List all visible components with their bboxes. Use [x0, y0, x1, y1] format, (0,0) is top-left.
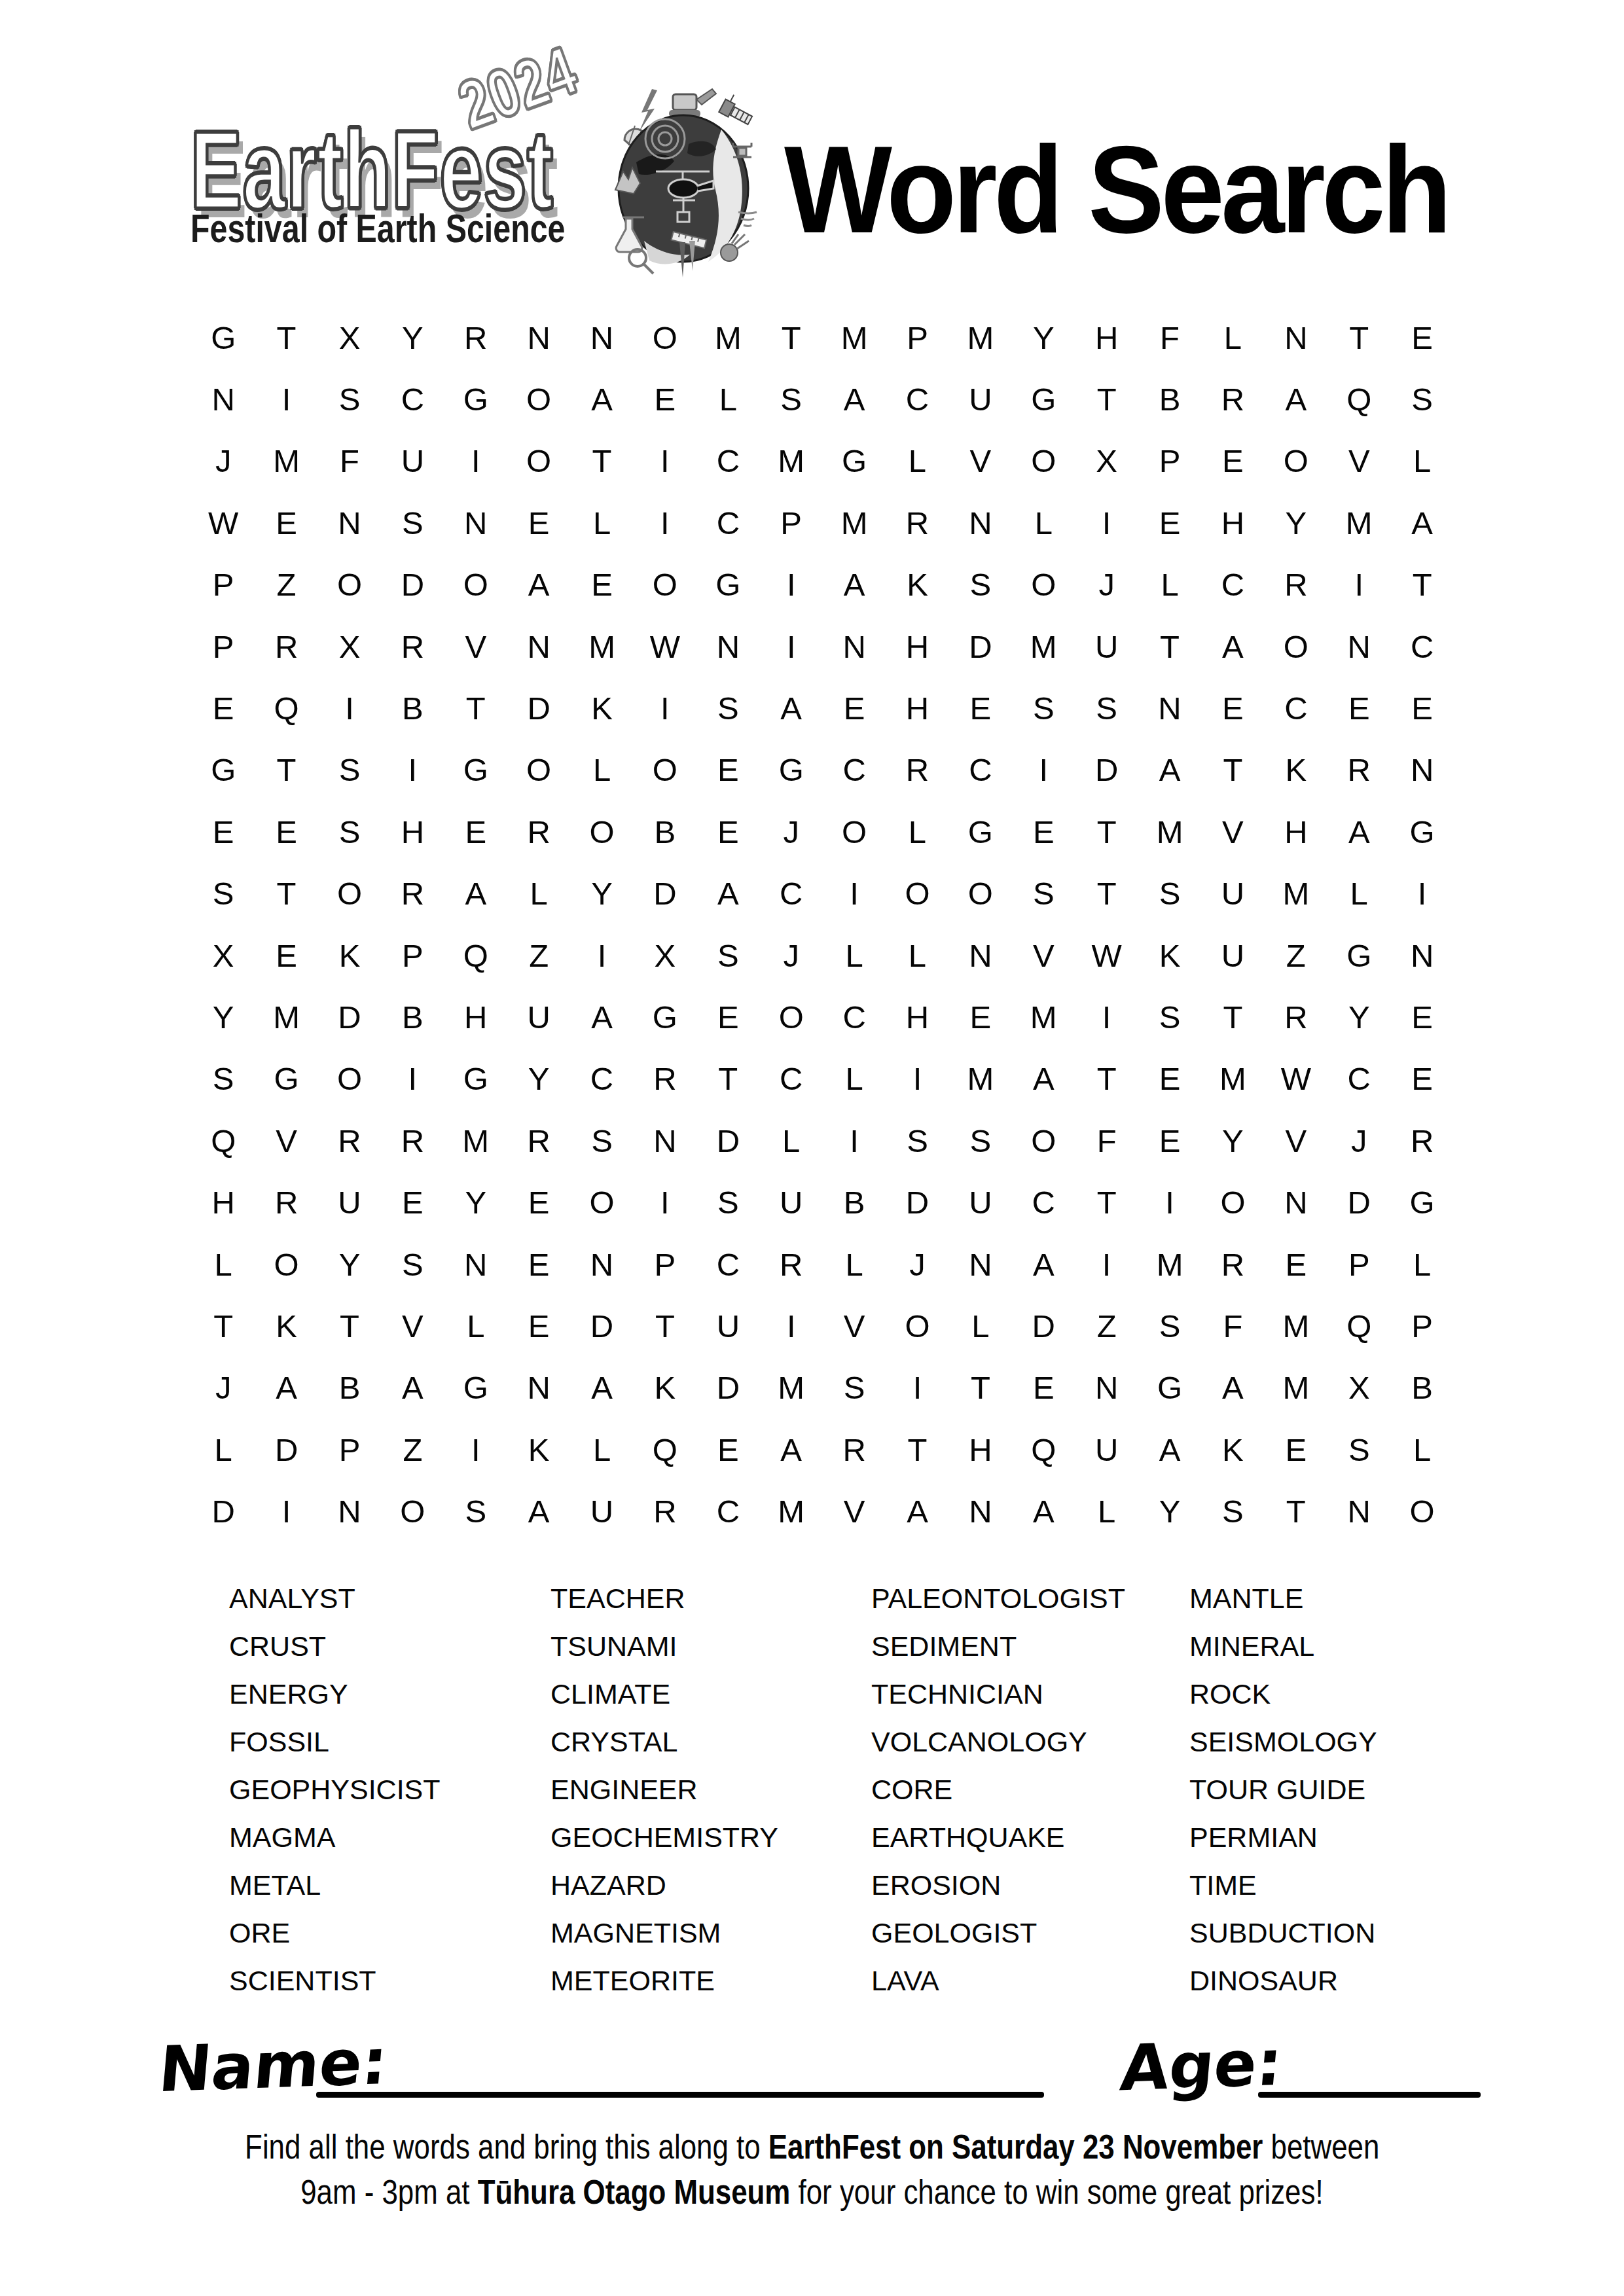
- age-input-line[interactable]: [1258, 2092, 1481, 2098]
- grid-cell-r8c6: O: [507, 740, 570, 801]
- grid-cell-r12c10: O: [760, 986, 823, 1048]
- word-list-item: METEORITE: [550, 1957, 778, 2005]
- grid-cell-r3c3: F: [318, 431, 381, 492]
- grid-cell-r5c18: R: [1265, 554, 1327, 616]
- grid-cell-r7c11: E: [823, 677, 886, 739]
- grid-cell-r20c10: M: [760, 1480, 823, 1542]
- grid-cell-r16c11: L: [823, 1234, 886, 1295]
- grid-cell-r1c18: N: [1265, 307, 1327, 368]
- grid-cell-r2c13: U: [949, 368, 1012, 430]
- grid-cell-r9c16: M: [1138, 801, 1201, 863]
- grid-cell-r17c12: O: [886, 1295, 948, 1357]
- grid-cell-r1c12: P: [886, 307, 948, 368]
- grid-cell-r13c4: I: [381, 1049, 444, 1110]
- grid-cell-r3c20: L: [1390, 431, 1453, 492]
- grid-cell-r11c3: K: [318, 925, 381, 986]
- grid-cell-r18c5: G: [444, 1357, 507, 1419]
- grid-cell-r3c7: T: [570, 431, 633, 492]
- grid-cell-r11c10: J: [760, 925, 823, 986]
- grid-cell-r6c17: A: [1201, 616, 1264, 677]
- grid-cell-r2c4: C: [381, 368, 444, 430]
- page-title: Word Search: [784, 127, 1448, 251]
- word-search-grid: GTXYRNNOMTMPMYHFLNTENISCGOAELSACUGTBRAQS…: [192, 307, 1454, 1543]
- grid-cell-r10c1: S: [192, 863, 255, 925]
- grid-cell-r8c1: G: [192, 740, 255, 801]
- grid-cell-r1c10: T: [760, 307, 823, 368]
- grid-cell-r15c10: U: [760, 1172, 823, 1233]
- word-list-item: PALEONTOLOGIST: [871, 1575, 1125, 1623]
- grid-cell-r7c5: T: [444, 677, 507, 739]
- grid-cell-r16c8: P: [634, 1234, 696, 1295]
- grid-cell-r3c12: L: [886, 431, 948, 492]
- grid-cell-r9c17: V: [1201, 801, 1264, 863]
- name-label: Name:: [156, 2030, 390, 2102]
- grid-cell-r15c1: H: [192, 1172, 255, 1233]
- grid-cell-r17c13: L: [949, 1295, 1012, 1357]
- satellite-icon: [719, 92, 757, 127]
- grid-cell-r9c10: J: [760, 801, 823, 863]
- grid-cell-r16c18: E: [1265, 1234, 1327, 1295]
- grid-cell-r11c13: N: [949, 925, 1012, 986]
- grid-cell-r19c5: I: [444, 1419, 507, 1480]
- grid-cell-r13c8: R: [634, 1049, 696, 1110]
- grid-cell-r12c13: E: [949, 986, 1012, 1048]
- grid-cell-r6c5: V: [444, 616, 507, 677]
- grid-cell-r20c4: O: [381, 1480, 444, 1542]
- grid-cell-r1c3: X: [318, 307, 381, 368]
- grid-cell-r16c1: L: [192, 1234, 255, 1295]
- grid-cell-r5c9: G: [696, 554, 759, 616]
- grid-cell-r16c13: N: [949, 1234, 1012, 1295]
- grid-cell-r2c17: R: [1201, 368, 1264, 430]
- grid-cell-r14c16: E: [1138, 1110, 1201, 1172]
- grid-cell-r5c19: I: [1327, 554, 1390, 616]
- grid-cell-r12c5: H: [444, 986, 507, 1048]
- grid-cell-r6c6: N: [507, 616, 570, 677]
- grid-cell-r3c11: G: [823, 431, 886, 492]
- grid-cell-r19c20: L: [1390, 1419, 1453, 1480]
- grid-cell-r6c11: N: [823, 616, 886, 677]
- grid-cell-r5c7: E: [570, 554, 633, 616]
- grid-cell-r16c6: E: [507, 1234, 570, 1295]
- grid-cell-r14c12: S: [886, 1110, 948, 1172]
- grid-cell-r13c2: G: [255, 1049, 317, 1110]
- grid-cell-r6c7: M: [570, 616, 633, 677]
- grid-cell-r4c3: N: [318, 492, 381, 554]
- grid-cell-r18c18: M: [1265, 1357, 1327, 1419]
- grid-cell-r18c13: T: [949, 1357, 1012, 1419]
- grid-cell-r9c20: G: [1390, 801, 1453, 863]
- grid-cell-r13c15: T: [1075, 1049, 1138, 1110]
- grid-cell-r1c17: L: [1201, 307, 1264, 368]
- grid-cell-r20c8: R: [634, 1480, 696, 1542]
- word-list-item: MAGNETISM: [550, 1909, 778, 1957]
- grid-cell-r10c16: S: [1138, 863, 1201, 925]
- age-label: Age:: [1118, 2032, 1285, 2100]
- word-list-item: GEOLOGIST: [871, 1909, 1125, 1957]
- grid-cell-r12c17: T: [1201, 986, 1264, 1048]
- grid-cell-r11c16: K: [1138, 925, 1201, 986]
- grid-cell-r20c16: Y: [1138, 1480, 1201, 1542]
- grid-cell-r2c16: B: [1138, 368, 1201, 430]
- grid-cell-r12c12: H: [886, 986, 948, 1048]
- grid-cell-r19c13: H: [949, 1419, 1012, 1480]
- word-list-item: GEOPHYSICIST: [229, 1766, 441, 1814]
- grid-cell-r15c8: I: [634, 1172, 696, 1233]
- grid-cell-r12c14: M: [1012, 986, 1075, 1048]
- grid-cell-r6c16: T: [1138, 616, 1201, 677]
- grid-cell-r5c17: C: [1201, 554, 1264, 616]
- grid-cell-r7c18: C: [1265, 677, 1327, 739]
- grid-cell-r20c2: I: [255, 1480, 317, 1542]
- grid-cell-r5c1: P: [192, 554, 255, 616]
- grid-cell-r19c10: A: [760, 1419, 823, 1480]
- grid-cell-r6c13: D: [949, 616, 1012, 677]
- grid-cell-r17c17: F: [1201, 1295, 1264, 1357]
- grid-cell-r16c17: R: [1201, 1234, 1264, 1295]
- grid-cell-r3c17: E: [1201, 431, 1264, 492]
- grid-cell-r4c8: I: [634, 492, 696, 554]
- grid-cell-r8c5: G: [444, 740, 507, 801]
- word-list-item: SUBDUCTION: [1189, 1909, 1377, 1957]
- grid-cell-r1c19: T: [1327, 307, 1390, 368]
- grid-cell-r10c15: T: [1075, 863, 1138, 925]
- grid-cell-r4c9: C: [696, 492, 759, 554]
- grid-cell-r13c11: L: [823, 1049, 886, 1110]
- grid-cell-r5c5: O: [444, 554, 507, 616]
- grid-cell-r6c2: R: [255, 616, 317, 677]
- grid-cell-r13c19: C: [1327, 1049, 1390, 1110]
- grid-cell-r7c3: I: [318, 677, 381, 739]
- grid-cell-r8c15: D: [1075, 740, 1138, 801]
- word-list-item: FOSSIL: [229, 1718, 441, 1766]
- grid-cell-r8c4: I: [381, 740, 444, 801]
- grid-cell-r13c17: M: [1201, 1049, 1264, 1110]
- grid-cell-r18c11: S: [823, 1357, 886, 1419]
- grid-cell-r18c17: A: [1201, 1357, 1264, 1419]
- grid-cell-r7c7: K: [570, 677, 633, 739]
- word-list-item: VOLCANOLOGY: [871, 1718, 1125, 1766]
- grid-cell-r17c11: V: [823, 1295, 886, 1357]
- grid-cell-r20c15: L: [1075, 1480, 1138, 1542]
- grid-cell-r5c13: S: [949, 554, 1012, 616]
- grid-cell-r19c17: K: [1201, 1419, 1264, 1480]
- grid-cell-r5c16: L: [1138, 554, 1201, 616]
- grid-cell-r9c18: H: [1265, 801, 1327, 863]
- grid-cell-r4c1: W: [192, 492, 255, 554]
- word-list-item: CORE: [871, 1766, 1125, 1814]
- word-list-item: METAL: [229, 1861, 441, 1909]
- grid-cell-r14c17: Y: [1201, 1110, 1264, 1172]
- grid-cell-r6c3: X: [318, 616, 381, 677]
- worksheet-page: 2024 EarthFest Festival of Earth Science: [0, 0, 1624, 2296]
- grid-cell-r16c9: C: [696, 1234, 759, 1295]
- grid-cell-r15c3: U: [318, 1172, 381, 1233]
- grid-cell-r5c3: O: [318, 554, 381, 616]
- grid-cell-r13c10: C: [760, 1049, 823, 1110]
- grid-cell-r17c6: E: [507, 1295, 570, 1357]
- grid-cell-r19c1: L: [192, 1419, 255, 1480]
- grid-cell-r2c1: N: [192, 368, 255, 430]
- grid-cell-r18c15: N: [1075, 1357, 1138, 1419]
- grid-cell-r5c14: O: [1012, 554, 1075, 616]
- grid-cell-r1c2: T: [255, 307, 317, 368]
- grid-cell-r5c10: I: [760, 554, 823, 616]
- word-list-item: SEDIMENT: [871, 1623, 1125, 1670]
- grid-cell-r9c3: S: [318, 801, 381, 863]
- grid-cell-r19c3: P: [318, 1419, 381, 1480]
- grid-cell-r11c14: V: [1012, 925, 1075, 986]
- word-list-item: CRYSTAL: [550, 1718, 778, 1766]
- grid-cell-r2c6: O: [507, 368, 570, 430]
- grid-cell-r7c9: S: [696, 677, 759, 739]
- grid-cell-r11c20: N: [1390, 925, 1453, 986]
- grid-cell-r3c10: M: [760, 431, 823, 492]
- grid-cell-r5c12: K: [886, 554, 948, 616]
- grid-cell-r13c1: S: [192, 1049, 255, 1110]
- grid-cell-r1c8: O: [634, 307, 696, 368]
- grid-cell-r16c12: J: [886, 1234, 948, 1295]
- grid-cell-r12c16: S: [1138, 986, 1201, 1048]
- grid-cell-r10c14: S: [1012, 863, 1075, 925]
- grid-cell-r4c11: M: [823, 492, 886, 554]
- grid-cell-r8c12: R: [886, 740, 948, 801]
- grid-cell-r10c7: Y: [570, 863, 633, 925]
- word-list-column-2: TEACHERTSUNAMICLIMATECRYSTALENGINEERGEOC…: [550, 1575, 778, 2005]
- grid-cell-r2c19: Q: [1327, 368, 1390, 430]
- word-list-item: ORE: [229, 1909, 441, 1957]
- grid-cell-r10c13: O: [949, 863, 1012, 925]
- grid-cell-r10c10: C: [760, 863, 823, 925]
- grid-cell-r11c2: E: [255, 925, 317, 986]
- grid-cell-r18c6: N: [507, 1357, 570, 1419]
- grid-cell-r17c8: T: [634, 1295, 696, 1357]
- grid-cell-r10c9: A: [696, 863, 759, 925]
- grid-cell-r19c16: A: [1138, 1419, 1201, 1480]
- grid-cell-r17c16: S: [1138, 1295, 1201, 1357]
- grid-cell-r10c11: I: [823, 863, 886, 925]
- grid-cell-r18c14: E: [1012, 1357, 1075, 1419]
- grid-cell-r7c1: E: [192, 677, 255, 739]
- grid-cell-r18c4: A: [381, 1357, 444, 1419]
- word-list-item: SEISMOLOGY: [1189, 1718, 1377, 1766]
- grid-cell-r14c5: M: [444, 1110, 507, 1172]
- grid-cell-r9c8: B: [634, 801, 696, 863]
- grid-cell-r8c3: S: [318, 740, 381, 801]
- grid-cell-r19c11: R: [823, 1419, 886, 1480]
- grid-cell-r14c10: L: [760, 1110, 823, 1172]
- grid-cell-r11c9: S: [696, 925, 759, 986]
- grid-cell-r8c9: E: [696, 740, 759, 801]
- grid-cell-r17c19: Q: [1327, 1295, 1390, 1357]
- grid-cell-r13c3: O: [318, 1049, 381, 1110]
- grid-cell-r14c18: V: [1265, 1110, 1327, 1172]
- grid-cell-r4c20: A: [1390, 492, 1453, 554]
- grid-cell-r13c6: Y: [507, 1049, 570, 1110]
- grid-cell-r18c20: B: [1390, 1357, 1453, 1419]
- word-list-item: CLIMATE: [550, 1670, 778, 1718]
- grid-cell-r19c9: E: [696, 1419, 759, 1480]
- word-list-item: ENERGY: [229, 1670, 441, 1718]
- grid-cell-r4c16: E: [1138, 492, 1201, 554]
- grid-cell-r2c2: I: [255, 368, 317, 430]
- grid-cell-r17c5: L: [444, 1295, 507, 1357]
- word-list-column-4: MANTLEMINERALROCKSEISMOLOGYTOUR GUIDEPER…: [1189, 1575, 1377, 2005]
- word-list-item: TIME: [1189, 1861, 1377, 1909]
- grid-cell-r20c18: T: [1265, 1480, 1327, 1542]
- grid-cell-r5c15: J: [1075, 554, 1138, 616]
- grid-cell-r20c14: A: [1012, 1480, 1075, 1542]
- grid-cell-r15c9: S: [696, 1172, 759, 1233]
- word-list-item: SCIENTIST: [229, 1957, 441, 2005]
- word-list-item: EROSION: [871, 1861, 1125, 1909]
- earth-illustration: [610, 84, 761, 280]
- word-list-item: ANALYST: [229, 1575, 441, 1623]
- grid-cell-r3c8: I: [634, 431, 696, 492]
- grid-cell-r11c1: X: [192, 925, 255, 986]
- grid-cell-r15c7: O: [570, 1172, 633, 1233]
- grid-cell-r14c7: S: [570, 1110, 633, 1172]
- grid-cell-r6c18: O: [1265, 616, 1327, 677]
- grid-cell-r19c2: D: [255, 1419, 317, 1480]
- grid-cell-r10c6: L: [507, 863, 570, 925]
- grid-cell-r12c4: B: [381, 986, 444, 1048]
- grid-cell-r7c20: E: [1390, 677, 1453, 739]
- grid-cell-r2c15: T: [1075, 368, 1138, 430]
- grid-cell-r13c9: T: [696, 1049, 759, 1110]
- word-list-item: HAZARD: [550, 1861, 778, 1909]
- grid-cell-r12c18: R: [1265, 986, 1327, 1048]
- grid-cell-r4c12: R: [886, 492, 948, 554]
- grid-cell-r16c5: N: [444, 1234, 507, 1295]
- grid-cell-r4c7: L: [570, 492, 633, 554]
- grid-cell-r18c2: A: [255, 1357, 317, 1419]
- grid-cell-r2c8: E: [634, 368, 696, 430]
- word-list-item: TSUNAMI: [550, 1623, 778, 1670]
- grid-cell-r13c20: E: [1390, 1049, 1453, 1110]
- grid-cell-r13c12: I: [886, 1049, 948, 1110]
- grid-cell-r9c19: A: [1327, 801, 1390, 863]
- grid-cell-r20c3: N: [318, 1480, 381, 1542]
- grid-cell-r15c4: E: [381, 1172, 444, 1233]
- grid-cell-r17c14: D: [1012, 1295, 1075, 1357]
- grid-cell-r15c20: G: [1390, 1172, 1453, 1233]
- grid-cell-r17c9: U: [696, 1295, 759, 1357]
- grid-cell-r3c13: V: [949, 431, 1012, 492]
- grid-cell-r14c3: R: [318, 1110, 381, 1172]
- grid-cell-r7c13: E: [949, 677, 1012, 739]
- grid-cell-r7c17: E: [1201, 677, 1264, 739]
- grid-cell-r15c15: T: [1075, 1172, 1138, 1233]
- grid-cell-r9c5: E: [444, 801, 507, 863]
- grid-cell-r6c8: W: [634, 616, 696, 677]
- grid-cell-r9c12: L: [886, 801, 948, 863]
- grid-cell-r11c8: X: [634, 925, 696, 986]
- grid-cell-r20c6: A: [507, 1480, 570, 1542]
- word-list-column-3: PALEONTOLOGISTSEDIMENTTECHNICIANVOLCANOL…: [871, 1575, 1125, 2005]
- grid-cell-r4c5: N: [444, 492, 507, 554]
- grid-cell-r6c12: H: [886, 616, 948, 677]
- grid-cell-r19c4: Z: [381, 1419, 444, 1480]
- grid-cell-r6c4: R: [381, 616, 444, 677]
- grid-cell-r8c16: A: [1138, 740, 1201, 801]
- grid-cell-r11c17: U: [1201, 925, 1264, 986]
- grid-cell-r13c18: W: [1265, 1049, 1327, 1110]
- grid-cell-r2c5: G: [444, 368, 507, 430]
- grid-cell-r10c8: D: [634, 863, 696, 925]
- grid-cell-r6c15: U: [1075, 616, 1138, 677]
- grid-cell-r12c1: Y: [192, 986, 255, 1048]
- grid-cell-r10c5: A: [444, 863, 507, 925]
- footer-note-line1: Find all the words and bring this along …: [0, 2128, 1624, 2174]
- grid-cell-r1c9: M: [696, 307, 759, 368]
- grid-cell-r15c6: E: [507, 1172, 570, 1233]
- grid-cell-r10c20: I: [1390, 863, 1453, 925]
- grid-cell-r3c6: O: [507, 431, 570, 492]
- grid-cell-r15c2: R: [255, 1172, 317, 1233]
- grid-cell-r9c1: E: [192, 801, 255, 863]
- grid-cell-r14c15: F: [1075, 1110, 1138, 1172]
- grid-cell-r3c18: O: [1265, 431, 1327, 492]
- grid-cell-r18c12: I: [886, 1357, 948, 1419]
- grid-cell-r6c9: N: [696, 616, 759, 677]
- grid-cell-r14c14: O: [1012, 1110, 1075, 1172]
- grid-cell-r1c11: M: [823, 307, 886, 368]
- grid-cell-r1c7: N: [570, 307, 633, 368]
- grid-cell-r10c19: L: [1327, 863, 1390, 925]
- grid-cell-r4c6: E: [507, 492, 570, 554]
- grid-cell-r5c11: A: [823, 554, 886, 616]
- grid-cell-r14c9: D: [696, 1110, 759, 1172]
- grid-cell-r15c17: O: [1201, 1172, 1264, 1233]
- grid-cell-r8c20: N: [1390, 740, 1453, 801]
- grid-cell-r12c7: A: [570, 986, 633, 1048]
- word-list-item: LAVA: [871, 1957, 1125, 2005]
- grid-cell-r10c12: O: [886, 863, 948, 925]
- grid-cell-r12c8: G: [634, 986, 696, 1048]
- grid-cell-r19c12: T: [886, 1419, 948, 1480]
- grid-cell-r19c8: Q: [634, 1419, 696, 1480]
- grid-cell-r8c13: C: [949, 740, 1012, 801]
- grid-cell-r17c4: V: [381, 1295, 444, 1357]
- grid-cell-r2c9: L: [696, 368, 759, 430]
- grid-cell-r11c4: P: [381, 925, 444, 986]
- grid-cell-r17c20: P: [1390, 1295, 1453, 1357]
- name-input-line[interactable]: [316, 2092, 1044, 2098]
- grid-cell-r20c7: U: [570, 1480, 633, 1542]
- grid-cell-r2c12: C: [886, 368, 948, 430]
- grid-cell-r11c19: G: [1327, 925, 1390, 986]
- grid-cell-r13c13: M: [949, 1049, 1012, 1110]
- grid-cell-r17c1: T: [192, 1295, 255, 1357]
- grid-cell-r16c20: L: [1390, 1234, 1453, 1295]
- grid-cell-r14c1: Q: [192, 1110, 255, 1172]
- grid-cell-r19c19: S: [1327, 1419, 1390, 1480]
- word-list-item: CRUST: [229, 1623, 441, 1670]
- grid-cell-r7c15: S: [1075, 677, 1138, 739]
- excavator-icon: [669, 89, 716, 117]
- grid-cell-r12c3: D: [318, 986, 381, 1048]
- grid-cell-r12c2: M: [255, 986, 317, 1048]
- grid-cell-r3c5: I: [444, 431, 507, 492]
- grid-cell-r11c6: Z: [507, 925, 570, 986]
- grid-cell-r9c4: H: [381, 801, 444, 863]
- grid-cell-r2c11: A: [823, 368, 886, 430]
- grid-cell-r12c20: E: [1390, 986, 1453, 1048]
- grid-cell-r15c5: Y: [444, 1172, 507, 1233]
- grid-cell-r20c11: V: [823, 1480, 886, 1542]
- grid-cell-r12c19: Y: [1327, 986, 1390, 1048]
